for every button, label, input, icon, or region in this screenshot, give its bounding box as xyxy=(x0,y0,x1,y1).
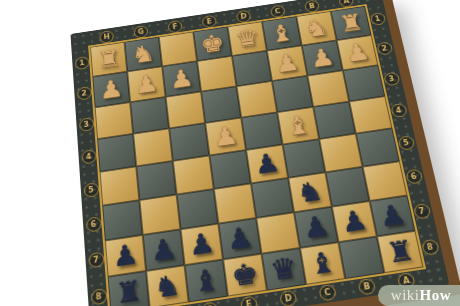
label-rank-4-left: 4 xyxy=(78,139,100,175)
label-file-e-top-text: E xyxy=(202,14,218,28)
label-file-a-top-text: A xyxy=(338,0,354,8)
square-a7[interactable]: ♟ xyxy=(370,195,416,236)
label-rank-2-right-text: 2 xyxy=(376,41,393,55)
chess-board: HGFEDCBA12345678♜♞♚♛♝♞♜♟♟♟♟♟♟♟♝♟♞♟♟♟♟♟♟♟… xyxy=(70,0,449,306)
label-rank-2-left: 2 xyxy=(73,77,94,111)
piece-black-rook-a8[interactable]: ♜ xyxy=(377,231,424,273)
piece-black-queen-d8[interactable]: ♛ xyxy=(262,248,307,291)
square-h6[interactable] xyxy=(102,200,142,240)
piece-black-king-e8[interactable]: ♚ xyxy=(223,254,267,297)
square-e8[interactable]: ♚ xyxy=(223,254,267,297)
wikihow-watermark: wikiHow xyxy=(378,285,460,306)
piece-black-bishop-c8[interactable]: ♝ xyxy=(300,242,345,285)
square-e5[interactable] xyxy=(209,150,251,189)
label-rank-8-right-text: 8 xyxy=(420,239,439,256)
label-file-g-top-text: G xyxy=(133,25,148,39)
piece-black-bishop-f8[interactable]: ♝ xyxy=(185,259,228,302)
square-g7[interactable]: ♟ xyxy=(143,229,185,271)
label-file-f-bottom-text: F xyxy=(201,301,219,306)
label-rank-8-left: 8 xyxy=(87,277,111,306)
label-file-d-bottom-text: D xyxy=(279,289,297,306)
piece-black-knight-g8[interactable]: ♞ xyxy=(146,265,189,306)
label-rank-1-left: 1 xyxy=(72,47,93,80)
square-f6[interactable] xyxy=(177,189,219,229)
square-f7[interactable]: ♟ xyxy=(181,224,224,266)
square-f8[interactable]: ♝ xyxy=(185,259,228,302)
label-file-e-bottom-text: E xyxy=(240,295,258,306)
label-rank-5-right-text: 5 xyxy=(397,135,415,151)
label-file-c-bottom-text: C xyxy=(318,283,337,301)
label-file-f-top-text: F xyxy=(167,19,182,33)
square-h5[interactable] xyxy=(100,166,140,205)
square-c7[interactable]: ♟ xyxy=(294,207,338,248)
label-rank-6-left-text: 6 xyxy=(85,216,101,232)
square-a5[interactable] xyxy=(356,128,400,167)
label-rank-7-left: 7 xyxy=(84,241,107,280)
piece-black-pawn-a7[interactable]: ♟ xyxy=(370,195,416,236)
label-rank-2-left-text: 2 xyxy=(76,86,91,101)
label-rank-5-left-text: 5 xyxy=(83,182,99,198)
label-rank-6-right-text: 6 xyxy=(405,169,423,185)
label-rank-3-left-text: 3 xyxy=(79,117,94,132)
square-d7[interactable] xyxy=(256,212,300,253)
piece-black-pawn-e7[interactable]: ♟ xyxy=(218,218,261,259)
square-d5[interactable]: ♟ xyxy=(246,145,288,184)
label-rank-3-right-text: 3 xyxy=(383,72,400,87)
piece-black-pawn-h7[interactable]: ♟ xyxy=(105,235,146,277)
square-f5[interactable] xyxy=(173,155,214,194)
square-c6[interactable]: ♞ xyxy=(288,172,332,212)
board-middle: 12345678♜♞♚♛♝♞♜♟♟♟♟♟♟♟♝♟♞♟♟♟♟♟♟♟♜♞♝♚♛♝♜1… xyxy=(72,3,445,306)
square-h7[interactable]: ♟ xyxy=(105,235,146,277)
square-a6[interactable] xyxy=(363,161,408,201)
label-file-c-top-text: C xyxy=(270,4,286,18)
square-a8[interactable]: ♜ xyxy=(377,231,424,273)
label-rank-7-left-text: 7 xyxy=(88,252,105,269)
label-rank-6-left: 6 xyxy=(82,206,105,244)
label-rank-8-left-text: 8 xyxy=(90,288,107,306)
label-rank-4-right-text: 4 xyxy=(390,103,408,118)
square-e7[interactable]: ♟ xyxy=(218,218,261,259)
label-rank-5-left: 5 xyxy=(80,172,102,209)
piece-black-pawn-f7[interactable]: ♟ xyxy=(181,224,224,266)
label-rank-3-left: 3 xyxy=(76,107,98,142)
label-rank-7-right-text: 7 xyxy=(412,203,431,220)
piece-black-rook-h8[interactable]: ♜ xyxy=(108,271,150,306)
square-c5[interactable] xyxy=(283,139,326,178)
square-h8[interactable]: ♜ xyxy=(108,271,150,306)
square-g6[interactable] xyxy=(139,195,180,235)
label-rank-4-left-text: 4 xyxy=(81,149,97,164)
label-file-b-bottom-text: B xyxy=(357,277,376,295)
square-g8[interactable]: ♞ xyxy=(146,265,189,306)
photo-canvas: HGFEDCBA12345678♜♞♚♛♝♞♜♟♟♟♟♟♟♟♝♟♞♟♟♟♟♟♟♟… xyxy=(0,0,460,306)
square-d6[interactable] xyxy=(251,178,294,218)
square-c8[interactable]: ♝ xyxy=(300,242,345,285)
piece-black-pawn-c7[interactable]: ♟ xyxy=(294,207,338,248)
label-file-h-top-text: H xyxy=(99,30,114,44)
piece-black-knight-c6[interactable]: ♞ xyxy=(288,172,332,212)
watermark-how-text: How xyxy=(420,287,452,304)
piece-black-pawn-g7[interactable]: ♟ xyxy=(143,229,185,271)
label-file-d-top-text: D xyxy=(236,9,252,23)
label-file-b-top-text: B xyxy=(304,0,320,13)
piece-black-pawn-d5[interactable]: ♟ xyxy=(246,145,288,184)
playing-area: ♜♞♚♛♝♞♜♟♟♟♟♟♟♟♝♟♞♟♟♟♟♟♟♟♜♞♝♚♛♝♜ xyxy=(90,6,423,306)
label-rank-1-left-text: 1 xyxy=(74,56,89,70)
square-g5[interactable] xyxy=(136,161,176,200)
label-rank-1-right-text: 1 xyxy=(369,12,386,26)
watermark-wiki-text: wiki xyxy=(391,287,420,304)
square-e6[interactable] xyxy=(214,183,256,223)
square-d8[interactable]: ♛ xyxy=(262,248,307,291)
